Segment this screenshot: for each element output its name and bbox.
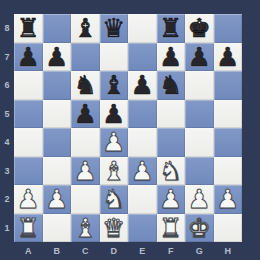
square-f1[interactable]: ♜ bbox=[157, 214, 186, 243]
square-f5[interactable] bbox=[157, 100, 186, 129]
square-g7[interactable]: ♟ bbox=[185, 43, 214, 72]
piece-white-knight: ♞ bbox=[159, 158, 182, 184]
piece-black-rook: ♜ bbox=[159, 15, 182, 41]
piece-black-king: ♚ bbox=[188, 15, 211, 41]
piece-black-knight: ♞ bbox=[159, 72, 182, 98]
square-h7[interactable]: ♟ bbox=[214, 43, 243, 72]
piece-white-queen: ♛ bbox=[102, 215, 125, 241]
file-label-h: H bbox=[214, 242, 243, 260]
file-label-d: D bbox=[100, 242, 129, 260]
square-d1[interactable]: ♛ bbox=[100, 214, 129, 243]
square-e5[interactable] bbox=[128, 100, 157, 129]
rank-labels: 87654321 bbox=[0, 14, 14, 242]
piece-white-rook: ♜ bbox=[17, 215, 40, 241]
square-g5[interactable] bbox=[185, 100, 214, 129]
square-e1[interactable] bbox=[128, 214, 157, 243]
square-h1[interactable] bbox=[214, 214, 243, 243]
file-labels: ABCDEFGH bbox=[14, 242, 242, 260]
square-g8[interactable]: ♚ bbox=[185, 14, 214, 43]
square-c4[interactable] bbox=[71, 128, 100, 157]
square-e7[interactable] bbox=[128, 43, 157, 72]
file-label-g: G bbox=[185, 242, 214, 260]
square-a7[interactable]: ♟ bbox=[14, 43, 43, 72]
piece-black-bishop: ♝ bbox=[102, 72, 125, 98]
rank-label-2: 2 bbox=[0, 185, 14, 214]
piece-black-pawn: ♟ bbox=[17, 44, 40, 70]
piece-black-queen: ♛ bbox=[102, 15, 125, 41]
piece-black-bishop: ♝ bbox=[74, 15, 97, 41]
square-c6[interactable]: ♞ bbox=[71, 71, 100, 100]
square-h3[interactable] bbox=[214, 157, 243, 186]
square-b1[interactable] bbox=[43, 214, 72, 243]
file-label-a: A bbox=[14, 242, 43, 260]
square-a4[interactable] bbox=[14, 128, 43, 157]
rank-label-7: 7 bbox=[0, 43, 14, 72]
square-d2[interactable]: ♞ bbox=[100, 185, 129, 214]
rank-label-6: 6 bbox=[0, 71, 14, 100]
rank-label-8: 8 bbox=[0, 14, 14, 43]
chess-board: ♜♝♛♜♚♟♟♟♟♟♞♝♟♞♟♟♟♟♝♟♞♟♟♞♟♟♟♜♝♛♜♚ bbox=[14, 14, 242, 242]
piece-white-pawn: ♟ bbox=[159, 186, 182, 212]
chess-board-frame: 87654321 ♜♝♛♜♚♟♟♟♟♟♞♝♟♞♟♟♟♟♝♟♞♟♟♞♟♟♟♜♝♛♜… bbox=[0, 0, 260, 260]
piece-white-pawn: ♟ bbox=[17, 186, 40, 212]
square-g1[interactable]: ♚ bbox=[185, 214, 214, 243]
square-b3[interactable] bbox=[43, 157, 72, 186]
square-d7[interactable] bbox=[100, 43, 129, 72]
square-f4[interactable] bbox=[157, 128, 186, 157]
square-g6[interactable] bbox=[185, 71, 214, 100]
square-a8[interactable]: ♜ bbox=[14, 14, 43, 43]
square-e2[interactable] bbox=[128, 185, 157, 214]
square-d6[interactable]: ♝ bbox=[100, 71, 129, 100]
piece-white-knight: ♞ bbox=[102, 186, 125, 212]
file-label-b: B bbox=[43, 242, 72, 260]
square-g2[interactable]: ♟ bbox=[185, 185, 214, 214]
square-e6[interactable]: ♟ bbox=[128, 71, 157, 100]
square-h2[interactable]: ♟ bbox=[214, 185, 243, 214]
square-d3[interactable]: ♝ bbox=[100, 157, 129, 186]
square-b5[interactable] bbox=[43, 100, 72, 129]
rank-label-5: 5 bbox=[0, 100, 14, 129]
file-label-e: E bbox=[128, 242, 157, 260]
piece-black-pawn: ♟ bbox=[45, 44, 68, 70]
file-label-f: F bbox=[157, 242, 186, 260]
piece-white-pawn: ♟ bbox=[45, 186, 68, 212]
square-a2[interactable]: ♟ bbox=[14, 185, 43, 214]
square-a1[interactable]: ♜ bbox=[14, 214, 43, 243]
square-e4[interactable] bbox=[128, 128, 157, 157]
square-c1[interactable]: ♝ bbox=[71, 214, 100, 243]
piece-black-pawn: ♟ bbox=[216, 44, 239, 70]
square-h8[interactable] bbox=[214, 14, 243, 43]
square-a5[interactable] bbox=[14, 100, 43, 129]
rank-label-4: 4 bbox=[0, 128, 14, 157]
square-g3[interactable] bbox=[185, 157, 214, 186]
square-b8[interactable] bbox=[43, 14, 72, 43]
square-f8[interactable]: ♜ bbox=[157, 14, 186, 43]
square-f7[interactable]: ♟ bbox=[157, 43, 186, 72]
piece-white-king: ♚ bbox=[188, 215, 211, 241]
square-b6[interactable] bbox=[43, 71, 72, 100]
square-d5[interactable]: ♟ bbox=[100, 100, 129, 129]
square-f2[interactable]: ♟ bbox=[157, 185, 186, 214]
square-d8[interactable]: ♛ bbox=[100, 14, 129, 43]
square-f3[interactable]: ♞ bbox=[157, 157, 186, 186]
piece-white-pawn: ♟ bbox=[102, 129, 125, 155]
piece-white-pawn: ♟ bbox=[188, 186, 211, 212]
piece-black-pawn: ♟ bbox=[188, 44, 211, 70]
square-g4[interactable] bbox=[185, 128, 214, 157]
piece-black-pawn: ♟ bbox=[159, 44, 182, 70]
square-a3[interactable] bbox=[14, 157, 43, 186]
rank-label-3: 3 bbox=[0, 157, 14, 186]
piece-white-bishop: ♝ bbox=[102, 158, 125, 184]
piece-black-knight: ♞ bbox=[74, 72, 97, 98]
piece-white-pawn: ♟ bbox=[216, 186, 239, 212]
file-label-c: C bbox=[71, 242, 100, 260]
square-e8[interactable] bbox=[128, 14, 157, 43]
square-c7[interactable] bbox=[71, 43, 100, 72]
piece-white-rook: ♜ bbox=[159, 215, 182, 241]
square-b2[interactable]: ♟ bbox=[43, 185, 72, 214]
square-h4[interactable] bbox=[214, 128, 243, 157]
piece-black-pawn: ♟ bbox=[131, 72, 154, 98]
square-b7[interactable]: ♟ bbox=[43, 43, 72, 72]
square-h6[interactable] bbox=[214, 71, 243, 100]
piece-black-pawn: ♟ bbox=[102, 101, 125, 127]
square-c8[interactable]: ♝ bbox=[71, 14, 100, 43]
piece-white-pawn: ♟ bbox=[131, 158, 154, 184]
square-d4[interactable]: ♟ bbox=[100, 128, 129, 157]
square-c3[interactable]: ♟ bbox=[71, 157, 100, 186]
square-c5[interactable]: ♟ bbox=[71, 100, 100, 129]
square-e3[interactable]: ♟ bbox=[128, 157, 157, 186]
square-f6[interactable]: ♞ bbox=[157, 71, 186, 100]
rank-label-1: 1 bbox=[0, 214, 14, 243]
piece-black-rook: ♜ bbox=[17, 15, 40, 41]
square-h5[interactable] bbox=[214, 100, 243, 129]
square-c2[interactable] bbox=[71, 185, 100, 214]
piece-white-pawn: ♟ bbox=[74, 158, 97, 184]
square-b4[interactable] bbox=[43, 128, 72, 157]
square-a6[interactable] bbox=[14, 71, 43, 100]
piece-black-pawn: ♟ bbox=[74, 101, 97, 127]
piece-white-bishop: ♝ bbox=[74, 215, 97, 241]
